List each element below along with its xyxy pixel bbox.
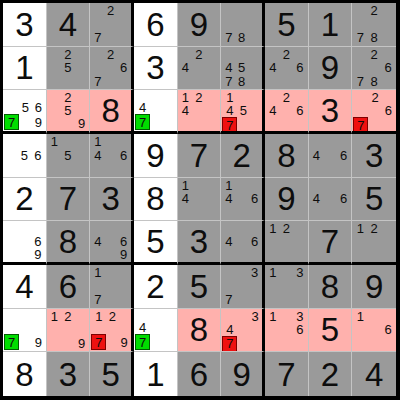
candidate-9: 9 [75,117,89,130]
candidate-3: 3 [293,310,307,324]
candidate-9: 9 [117,248,130,261]
cell-r4c8[interactable]: 46 [309,134,353,178]
candidate-6: 6 [117,149,130,163]
cell-r2c8[interactable]: 9 [309,47,353,91]
cell-r9c4[interactable]: 1 [134,352,178,396]
cell-r6c6[interactable]: 46 [221,221,265,265]
candidate-empty-slot [323,149,337,163]
candidate-empty-slot [337,135,351,149]
candidate-5: 5 [18,149,32,163]
cell-r4c6[interactable]: 2 [221,134,265,178]
cell-r2c3[interactable]: 267 [90,47,134,91]
candidate-empty-slot [104,293,117,307]
candidate-empty-slot [368,117,381,133]
candidate-empty-slot [61,75,75,89]
candidate-grid: 4578 [222,48,261,89]
candidate-grid: 12 [353,222,395,261]
candidate-6: 6 [293,61,307,75]
candidate-6: 6 [337,192,351,206]
cell-value: 3 [365,139,383,172]
candidate-empty-slot [353,248,367,261]
cell-r3c2[interactable]: 259 [47,90,91,134]
cell-r6c3[interactable]: 469 [90,221,134,265]
cell-r9c9[interactable]: 4 [352,352,396,396]
candidate-empty-slot [266,293,280,307]
candidate-grid: 1279 [91,310,130,351]
candidate-2: 2 [367,222,381,235]
candidate-7: 7 [353,75,367,89]
cell-value: 3 [101,182,119,215]
candidate-empty-slot [192,61,206,75]
candidate-7-placed-mark: 7 [135,334,150,350]
candidate-2: 2 [104,48,117,62]
candidate-grid: 1457 [222,91,261,130]
cell-r8c8[interactable]: 5 [309,309,353,353]
candidate-empty-slot [206,206,220,220]
cell-r2c7[interactable]: 246 [265,47,309,91]
candidate-empty-slot [117,48,130,62]
cell-value: 4 [15,270,33,303]
candidate-9: 9 [31,248,45,261]
candidate-1: 1 [353,222,367,235]
candidate-empty-slot [235,206,248,220]
candidate-6: 6 [293,323,307,337]
candidate-9: 9 [118,334,130,350]
candidate-empty-slot [367,248,381,261]
cell-r1c6[interactable]: 78 [221,3,265,47]
candidate-empty-slot [249,323,261,336]
cell-value: 9 [190,8,208,41]
candidate-empty-slot [337,179,351,193]
candidate-empty-slot [235,266,248,280]
cell-r5c5[interactable]: 14 [178,178,222,222]
cell-r3c1[interactable]: 5679 [3,90,47,134]
candidate-2: 2 [192,48,206,62]
candidate-grid: 15 [48,135,89,176]
cell-r7c6[interactable]: 37 [221,265,265,309]
candidate-empty-slot [206,117,220,130]
cell-r8c2[interactable]: 129 [47,309,91,353]
candidate-2: 2 [280,91,294,104]
cell-r2c4[interactable]: 3 [134,47,178,91]
cell-value: 7 [321,225,339,258]
candidate-empty-slot [192,192,206,206]
cell-r1c8[interactable]: 1 [309,3,353,47]
candidate-1: 1 [91,266,104,280]
candidate-empty-slot [192,117,206,130]
candidate-7: 7 [353,31,367,45]
candidate-empty-slot [117,280,130,294]
candidate-empty-slot [150,91,163,101]
cell-r5c6[interactable]: 146 [221,178,265,222]
cell-r8c9[interactable]: 16 [352,309,396,353]
cell-r5c1[interactable]: 2 [3,178,47,222]
candidate-4: 4 [222,235,235,248]
cell-r4c2[interactable]: 15 [47,134,91,178]
cell-r9c2[interactable]: 3 [47,352,91,396]
candidate-empty-slot [206,192,220,206]
cell-value: 8 [277,139,295,172]
candidate-empty-slot [19,310,32,322]
cell-r9c6[interactable]: 9 [221,352,265,396]
candidate-4: 4 [179,61,193,75]
cell-r2c9[interactable]: 2678 [352,47,396,91]
cell-value: 9 [232,358,250,391]
cell-value: 9 [321,51,339,84]
candidate-empty-slot [310,135,324,149]
cell-r7c2[interactable]: 6 [47,265,91,309]
cell-r6c1[interactable]: 69 [3,221,47,265]
candidate-empty-slot [104,61,117,75]
candidate-empty-slot [353,337,367,351]
candidate-empty-slot [48,337,62,351]
candidate-7-eliminated-mark: 7 [222,336,237,352]
candidate-empty-slot [4,91,19,101]
candidate-grid: 27 [91,4,130,45]
candidate-empty-slot [222,310,237,323]
candidate-4: 4 [222,323,237,336]
candidate-empty-slot [382,117,395,133]
candidate-7: 7 [222,31,235,45]
candidate-empty-slot [4,149,18,163]
candidate-empty-slot [280,310,294,324]
candidate-empty-slot [249,117,261,133]
candidate-grid: 46 [310,179,351,220]
candidate-empty-slot [150,321,163,334]
candidate-empty-slot [367,235,381,248]
cell-r3c7[interactable]: 246 [265,90,309,134]
candidate-empty-slot [381,48,395,62]
candidate-empty-slot [75,162,89,176]
candidate-empty-slot [280,117,294,130]
candidate-empty-slot [248,61,261,75]
cell-r2c6[interactable]: 4578 [221,47,265,91]
candidate-7: 7 [222,293,235,307]
candidate-4: 4 [91,149,104,163]
candidate-empty-slot [266,235,280,248]
candidate-1: 1 [266,266,280,280]
cell-r7c7[interactable]: 13 [265,265,309,309]
candidate-4: 4 [135,101,150,114]
candidate-7: 7 [91,31,104,45]
candidate-grid: 24 [179,48,220,89]
cell-r1c5[interactable]: 9 [178,3,222,47]
cell-r6c8[interactable]: 7 [309,221,353,265]
candidate-grid: 259 [48,91,89,130]
candidate-7: 7 [91,75,104,89]
cell-r5c7[interactable]: 9 [265,178,309,222]
candidate-7-placed-mark: 7 [135,114,150,130]
cell-r7c8[interactable]: 8 [309,265,353,309]
cell-value: 2 [15,182,33,215]
candidate-empty-slot [104,18,117,32]
cell-value: 1 [15,51,33,84]
candidate-1: 1 [222,179,235,193]
cell-value: 8 [15,358,33,391]
candidate-empty-slot [61,117,75,130]
candidate-empty-slot [293,222,307,235]
candidate-2: 2 [104,4,117,18]
candidate-empty-slot [293,117,307,130]
candidate-empty-slot [222,4,235,18]
cell-r6c4[interactable]: 5 [134,221,178,265]
candidate-empty-slot [235,280,248,294]
candidate-empty-slot [117,162,130,176]
cell-r6c7[interactable]: 12 [265,221,309,265]
candidate-empty-slot [310,162,324,176]
cell-r5c4[interactable]: 8 [134,178,178,222]
cell-r5c8[interactable]: 46 [309,178,353,222]
candidate-empty-slot [117,75,130,89]
candidate-empty-slot [249,91,261,104]
cell-r3c3[interactable]: 8 [90,90,134,134]
candidate-7-eliminated-mark: 7 [353,117,368,133]
candidate-2: 2 [192,91,206,104]
cell-r4c9[interactable]: 3 [352,134,396,178]
candidate-empty-slot [293,248,307,261]
candidate-grid: 469 [91,222,130,261]
cell-r9c5[interactable]: 6 [178,352,222,396]
cell-value: 6 [59,270,77,303]
cell-r8c1[interactable]: 79 [3,309,47,353]
candidate-grid: 267 [91,48,130,89]
cell-r9c8[interactable]: 2 [309,352,353,396]
candidate-grid: 278 [353,4,395,45]
candidate-empty-slot [48,104,62,117]
candidate-empty-slot [75,135,89,149]
cell-r4c5[interactable]: 7 [178,134,222,178]
cell-r4c7[interactable]: 8 [265,134,309,178]
candidate-empty-slot [248,206,261,220]
candidate-empty-slot [104,162,117,176]
cell-r6c5[interactable]: 3 [178,221,222,265]
candidate-empty-slot [163,91,176,101]
cell-r4c4[interactable]: 9 [134,134,178,178]
candidate-grid: 146 [91,135,130,176]
candidate-grid: 78 [222,4,261,45]
cell-r2c2[interactable]: 25 [47,47,91,91]
candidate-9: 9 [32,114,45,130]
candidate-empty-slot [248,31,261,45]
candidate-empty-slot [248,248,261,261]
candidate-empty-slot [222,48,235,62]
candidate-empty-slot [310,206,324,220]
candidate-empty-slot [118,310,130,323]
candidate-grid: 129 [48,310,89,351]
candidate-empty-slot [91,18,104,32]
candidate-empty-slot [381,4,395,18]
candidate-4: 4 [310,192,324,206]
candidate-empty-slot [117,4,130,18]
cell-r1c2[interactable]: 4 [47,3,91,47]
cell-value: 1 [146,358,164,391]
candidate-1: 1 [91,310,106,323]
candidate-empty-slot [248,4,261,18]
candidate-6: 6 [248,192,261,206]
candidate-4: 4 [179,104,193,117]
candidate-empty-slot [4,235,18,248]
candidate-empty-slot [266,48,280,62]
cell-r8c7[interactable]: 136 [265,309,309,353]
cell-r8c5[interactable]: 8 [178,309,222,353]
candidate-empty-slot [222,206,235,220]
candidate-empty-slot [381,310,395,324]
candidate-empty-slot [323,179,337,193]
cell-r1c3[interactable]: 27 [90,3,134,47]
candidate-empty-slot [353,48,367,62]
candidate-4: 4 [222,192,235,206]
cell-r4c1[interactable]: 56 [3,134,47,178]
candidate-empty-slot [61,162,75,176]
cell-value: 7 [190,139,208,172]
candidate-1: 1 [179,179,193,193]
candidate-empty-slot [192,206,206,220]
candidate-5: 5 [237,104,249,117]
cell-r3c6[interactable]: 1457 [221,90,265,134]
candidate-3: 3 [293,266,307,280]
cell-r7c4[interactable]: 2 [134,265,178,309]
candidate-empty-slot [337,206,351,220]
candidate-empty-slot [222,248,235,261]
candidate-empty-slot [179,75,193,89]
candidate-empty-slot [293,235,307,248]
candidate-8: 8 [367,31,381,45]
cell-r8c4[interactable]: 47 [134,309,178,353]
candidate-empty-slot [367,310,381,324]
candidate-empty-slot [235,293,248,307]
cell-r5c2[interactable]: 7 [47,178,91,222]
candidate-grid: 46 [310,135,351,176]
candidate-empty-slot [75,61,89,75]
cell-value: 5 [146,225,164,258]
cell-r8c3[interactable]: 1279 [90,309,134,353]
candidate-1: 1 [48,135,62,149]
candidate-4: 4 [91,235,104,248]
candidate-7: 7 [222,75,235,89]
cell-r3c4[interactable]: 47 [134,90,178,134]
candidate-grid: 2678 [353,48,395,89]
candidate-empty-slot [75,323,89,337]
candidate-empty-slot [323,192,337,206]
candidate-empty-slot [179,48,193,62]
candidate-empty-slot [118,323,130,335]
candidate-8: 8 [367,75,381,89]
cell-r1c7[interactable]: 5 [265,3,309,47]
candidate-empty-slot [381,18,395,32]
candidate-empty-slot [235,179,248,193]
cell-r7c1[interactable]: 4 [3,265,47,309]
candidate-empty-slot [222,280,235,294]
candidate-2: 2 [61,48,75,62]
cell-r3c9[interactable]: 267 [352,90,396,134]
cell-value: 4 [365,358,383,391]
candidate-empty-slot [48,61,62,75]
candidate-empty-slot [222,266,235,280]
candidate-empty-slot [293,293,307,307]
cell-r6c2[interactable]: 8 [47,221,91,265]
candidate-empty-slot [367,61,381,75]
candidate-empty-slot [104,31,117,45]
cell-r1c9[interactable]: 278 [352,3,396,47]
candidate-empty-slot [104,75,117,89]
candidate-grid: 267 [353,91,395,130]
candidate-empty-slot [353,91,368,104]
cell-r5c9[interactable]: 5 [352,178,396,222]
candidate-7-placed-mark: 7 [4,334,19,350]
cell-r2c5[interactable]: 24 [178,47,222,91]
cell-r3c8[interactable]: 3 [309,90,353,134]
cell-r2c1[interactable]: 1 [3,47,47,91]
cell-value: 9 [146,139,164,172]
cell-value: 5 [365,182,383,215]
candidate-empty-slot [248,75,261,89]
cell-value: 5 [190,270,208,303]
candidate-empty-slot [75,310,89,324]
candidate-empty-slot [367,323,381,337]
candidate-empty-slot [280,61,294,75]
candidate-empty-slot [75,48,89,62]
candidate-empty-slot [106,323,118,335]
candidate-empty-slot [117,31,130,45]
cell-r7c5[interactable]: 5 [178,265,222,309]
candidate-empty-slot [104,135,117,149]
candidate-2: 2 [106,310,118,323]
cell-r7c9[interactable]: 9 [352,265,396,309]
candidate-grid: 25 [48,48,89,89]
cell-value: 3 [59,358,77,391]
candidate-empty-slot [266,323,280,337]
candidate-empty-slot [61,337,75,351]
cell-value: 7 [59,182,77,215]
cell-r4c3[interactable]: 146 [90,134,134,178]
candidate-6: 6 [31,149,45,163]
cell-r9c7[interactable]: 7 [265,352,309,396]
candidate-empty-slot [104,222,117,235]
cell-r8c6[interactable]: 347 [221,309,265,353]
candidate-empty-slot [4,162,18,176]
candidate-empty-slot [48,149,62,163]
cell-value: 1 [321,8,339,41]
candidate-empty-slot [206,75,220,89]
candidate-empty-slot [163,114,176,130]
cell-value: 8 [59,225,77,258]
candidate-empty-slot [248,48,261,62]
cell-r9c3[interactable]: 5 [90,352,134,396]
candidate-empty-slot [280,337,294,351]
candidate-empty-slot [19,114,32,130]
candidate-empty-slot [381,222,395,235]
cell-value: 4 [59,8,77,41]
cell-r7c3[interactable]: 17 [90,265,134,309]
candidate-empty-slot [91,162,104,176]
candidate-5: 5 [61,61,75,75]
cell-r9c1[interactable]: 8 [3,352,47,396]
cell-value: 7 [277,358,295,391]
cell-r3c5[interactable]: 124 [178,90,222,134]
candidate-empty-slot [19,334,32,350]
cell-r1c1[interactable]: 3 [3,3,47,47]
candidate-6: 6 [248,235,261,248]
candidate-empty-slot [150,101,163,114]
cell-value: 3 [146,51,164,84]
candidate-empty-slot [104,280,117,294]
candidate-empty-slot [117,135,130,149]
candidate-empty-slot [266,117,280,130]
cell-r5c3[interactable]: 3 [90,178,134,222]
cell-value: 6 [190,358,208,391]
cell-r1c4[interactable]: 6 [134,3,178,47]
cell-r6c9[interactable]: 12 [352,221,396,265]
